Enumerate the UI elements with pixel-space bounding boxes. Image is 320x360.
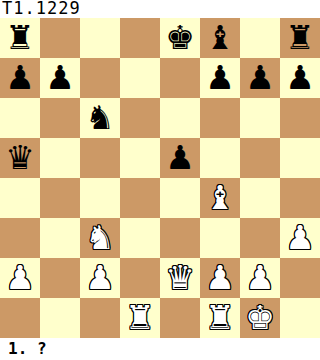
black-pawn: ♟ [240, 58, 280, 98]
square-b3[interactable] [40, 218, 80, 258]
square-f5[interactable] [200, 138, 240, 178]
square-h8[interactable]: ♜ [280, 18, 320, 58]
square-g4[interactable] [240, 178, 280, 218]
square-c1[interactable] [80, 298, 120, 338]
white-bishop: ♝ [200, 178, 240, 218]
square-h5[interactable] [280, 138, 320, 178]
square-b8[interactable] [40, 18, 80, 58]
white-rook: ♜ [200, 298, 240, 338]
black-rook: ♜ [0, 18, 40, 58]
white-pawn: ♟ [240, 258, 280, 298]
square-g8[interactable] [240, 18, 280, 58]
square-h7[interactable]: ♟ [280, 58, 320, 98]
square-d8[interactable] [120, 18, 160, 58]
square-d4[interactable] [120, 178, 160, 218]
square-e5[interactable]: ♟ [160, 138, 200, 178]
white-rook: ♜ [120, 298, 160, 338]
black-pawn: ♟ [160, 138, 200, 178]
square-f8[interactable]: ♝ [200, 18, 240, 58]
square-e2[interactable]: ♛ [160, 258, 200, 298]
square-d7[interactable] [120, 58, 160, 98]
black-pawn: ♟ [40, 58, 80, 98]
square-g6[interactable] [240, 98, 280, 138]
square-h3[interactable]: ♟ [280, 218, 320, 258]
white-queen: ♛ [160, 258, 200, 298]
black-knight: ♞ [80, 98, 120, 138]
square-b1[interactable] [40, 298, 80, 338]
square-b5[interactable] [40, 138, 80, 178]
square-c7[interactable] [80, 58, 120, 98]
square-f7[interactable]: ♟ [200, 58, 240, 98]
square-d1[interactable]: ♜ [120, 298, 160, 338]
puzzle-id-title: T1.1229 [0, 0, 320, 18]
white-pawn: ♟ [280, 218, 320, 258]
square-d2[interactable] [120, 258, 160, 298]
square-e8[interactable]: ♚ [160, 18, 200, 58]
square-c5[interactable] [80, 138, 120, 178]
move-prompt: 1. ? [0, 338, 320, 360]
square-a4[interactable] [0, 178, 40, 218]
square-d3[interactable] [120, 218, 160, 258]
square-f6[interactable] [200, 98, 240, 138]
square-h6[interactable] [280, 98, 320, 138]
square-b2[interactable] [40, 258, 80, 298]
square-a3[interactable] [0, 218, 40, 258]
square-f3[interactable] [200, 218, 240, 258]
square-e3[interactable] [160, 218, 200, 258]
square-a5[interactable]: ♛ [0, 138, 40, 178]
square-f1[interactable]: ♜ [200, 298, 240, 338]
square-b4[interactable] [40, 178, 80, 218]
square-c8[interactable] [80, 18, 120, 58]
square-a6[interactable] [0, 98, 40, 138]
black-rook: ♜ [280, 18, 320, 58]
black-bishop: ♝ [200, 18, 240, 58]
square-e6[interactable] [160, 98, 200, 138]
white-king: ♚ [240, 298, 280, 338]
black-king: ♚ [160, 18, 200, 58]
square-f2[interactable]: ♟ [200, 258, 240, 298]
square-a1[interactable] [0, 298, 40, 338]
square-d5[interactable] [120, 138, 160, 178]
square-h1[interactable] [280, 298, 320, 338]
square-g1[interactable]: ♚ [240, 298, 280, 338]
square-c6[interactable]: ♞ [80, 98, 120, 138]
black-pawn: ♟ [280, 58, 320, 98]
white-pawn: ♟ [200, 258, 240, 298]
square-g7[interactable]: ♟ [240, 58, 280, 98]
square-a8[interactable]: ♜ [0, 18, 40, 58]
square-c3[interactable]: ♞ [80, 218, 120, 258]
square-d6[interactable] [120, 98, 160, 138]
white-knight: ♞ [80, 218, 120, 258]
square-c2[interactable]: ♟ [80, 258, 120, 298]
square-e7[interactable] [160, 58, 200, 98]
square-b6[interactable] [40, 98, 80, 138]
square-c4[interactable] [80, 178, 120, 218]
square-f4[interactable]: ♝ [200, 178, 240, 218]
square-e1[interactable] [160, 298, 200, 338]
white-pawn: ♟ [0, 258, 40, 298]
square-a7[interactable]: ♟ [0, 58, 40, 98]
square-h4[interactable] [280, 178, 320, 218]
chess-board: ♜♚♝♜♟♟♟♟♟♞♛♟♝♞♟♟♟♛♟♟♜♜♚ [0, 18, 320, 338]
square-e4[interactable] [160, 178, 200, 218]
black-queen: ♛ [0, 138, 40, 178]
black-pawn: ♟ [0, 58, 40, 98]
square-b7[interactable]: ♟ [40, 58, 80, 98]
square-g3[interactable] [240, 218, 280, 258]
square-g2[interactable]: ♟ [240, 258, 280, 298]
white-pawn: ♟ [80, 258, 120, 298]
square-h2[interactable] [280, 258, 320, 298]
square-a2[interactable]: ♟ [0, 258, 40, 298]
black-pawn: ♟ [200, 58, 240, 98]
square-g5[interactable] [240, 138, 280, 178]
